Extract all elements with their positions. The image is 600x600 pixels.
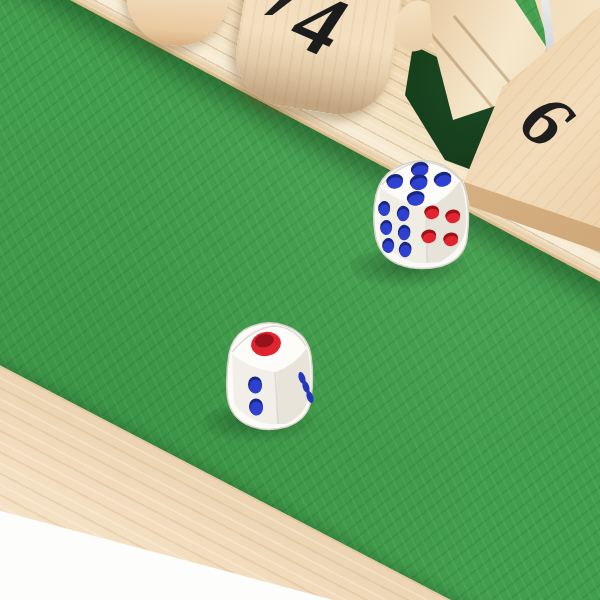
- tile-4-number: 4: [234, 0, 405, 87]
- die-lower[interactable]: [220, 316, 320, 434]
- die-upper[interactable]: [368, 153, 472, 275]
- shut-the-box-photo: 4 6: [0, 0, 600, 600]
